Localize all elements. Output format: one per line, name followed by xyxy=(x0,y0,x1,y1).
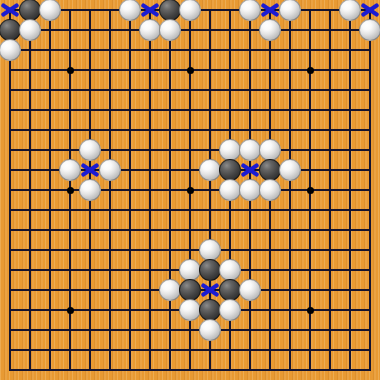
board-point[interactable] xyxy=(220,320,240,340)
board-point[interactable] xyxy=(40,160,60,180)
board-point[interactable] xyxy=(300,320,320,340)
board-point[interactable] xyxy=(240,80,260,100)
board-point[interactable] xyxy=(300,180,320,200)
board-point[interactable] xyxy=(80,300,100,320)
board-point[interactable] xyxy=(320,60,340,80)
board-point[interactable] xyxy=(300,340,320,360)
board-point[interactable] xyxy=(180,120,200,140)
board-point[interactable] xyxy=(260,260,280,280)
board-point[interactable] xyxy=(80,40,100,60)
board-point[interactable] xyxy=(220,60,240,80)
board-point[interactable] xyxy=(160,220,180,240)
board-point[interactable] xyxy=(180,60,200,80)
board-point[interactable] xyxy=(160,40,180,60)
board-point[interactable] xyxy=(140,20,160,40)
board-point[interactable] xyxy=(80,320,100,340)
board-point[interactable] xyxy=(260,280,280,300)
board-point[interactable] xyxy=(260,40,280,60)
board-point[interactable] xyxy=(240,20,260,40)
board-point[interactable] xyxy=(200,80,220,100)
board-point[interactable] xyxy=(140,340,160,360)
board-point[interactable] xyxy=(180,220,200,240)
board-point[interactable] xyxy=(60,340,80,360)
board-point[interactable] xyxy=(300,260,320,280)
board-point[interactable] xyxy=(280,200,300,220)
board-point[interactable] xyxy=(100,320,120,340)
board-point[interactable] xyxy=(80,140,100,160)
board-point[interactable] xyxy=(200,140,220,160)
board-point[interactable] xyxy=(0,300,20,320)
board-point[interactable] xyxy=(180,240,200,260)
board-point[interactable] xyxy=(280,20,300,40)
board-point[interactable] xyxy=(0,80,20,100)
board-point[interactable] xyxy=(260,300,280,320)
board-point[interactable] xyxy=(140,320,160,340)
board-point[interactable] xyxy=(100,240,120,260)
board-point[interactable] xyxy=(180,200,200,220)
board-point[interactable] xyxy=(300,20,320,40)
board-point[interactable] xyxy=(180,360,200,380)
board-point[interactable] xyxy=(120,100,140,120)
board-point[interactable] xyxy=(240,300,260,320)
board-point[interactable] xyxy=(120,220,140,240)
board-point[interactable] xyxy=(300,300,320,320)
board-point[interactable] xyxy=(80,240,100,260)
board-point[interactable] xyxy=(20,340,40,360)
board-point[interactable] xyxy=(20,140,40,160)
board-point[interactable] xyxy=(60,80,80,100)
board-point[interactable] xyxy=(280,160,300,180)
board-point[interactable] xyxy=(20,100,40,120)
board-point[interactable] xyxy=(360,260,380,280)
board-point[interactable] xyxy=(0,20,20,40)
board-point[interactable] xyxy=(60,360,80,380)
board-point[interactable] xyxy=(200,300,220,320)
board-point[interactable] xyxy=(360,280,380,300)
board-point[interactable] xyxy=(180,320,200,340)
board-point[interactable] xyxy=(340,280,360,300)
board-point[interactable] xyxy=(220,160,240,180)
board-point[interactable] xyxy=(120,360,140,380)
board-point[interactable] xyxy=(160,240,180,260)
board-point[interactable] xyxy=(320,120,340,140)
board-point[interactable] xyxy=(220,240,240,260)
board-point[interactable] xyxy=(220,180,240,200)
board-point[interactable] xyxy=(260,120,280,140)
board-point[interactable] xyxy=(220,100,240,120)
board-point[interactable] xyxy=(140,80,160,100)
board-point[interactable] xyxy=(220,220,240,240)
board-point[interactable] xyxy=(200,260,220,280)
board-point[interactable] xyxy=(160,120,180,140)
board-point[interactable] xyxy=(160,140,180,160)
board-point[interactable] xyxy=(120,160,140,180)
board-point[interactable] xyxy=(60,40,80,60)
board-point[interactable] xyxy=(360,40,380,60)
board-point[interactable] xyxy=(80,360,100,380)
board-point[interactable] xyxy=(300,140,320,160)
board-point[interactable] xyxy=(320,80,340,100)
board-point[interactable] xyxy=(300,240,320,260)
board-point[interactable] xyxy=(120,60,140,80)
board-point[interactable] xyxy=(280,260,300,280)
board-point[interactable] xyxy=(220,140,240,160)
board-point[interactable] xyxy=(80,260,100,280)
board-point[interactable] xyxy=(340,160,360,180)
board-point[interactable] xyxy=(260,60,280,80)
board-point[interactable] xyxy=(120,340,140,360)
board-point[interactable] xyxy=(0,0,20,20)
board-point[interactable] xyxy=(340,100,360,120)
board-point[interactable] xyxy=(160,320,180,340)
board-point[interactable] xyxy=(200,40,220,60)
board-point[interactable] xyxy=(320,100,340,120)
board-point[interactable] xyxy=(40,100,60,120)
board-point[interactable] xyxy=(300,80,320,100)
board-point[interactable] xyxy=(0,60,20,80)
board-point[interactable] xyxy=(160,360,180,380)
board-point[interactable] xyxy=(360,340,380,360)
board-point[interactable] xyxy=(280,340,300,360)
board-point[interactable] xyxy=(360,200,380,220)
board-point[interactable] xyxy=(340,40,360,60)
board-point[interactable] xyxy=(80,80,100,100)
board-point[interactable] xyxy=(340,340,360,360)
board-point[interactable] xyxy=(260,20,280,40)
board-point[interactable] xyxy=(120,300,140,320)
board-point[interactable] xyxy=(20,220,40,240)
board-point[interactable] xyxy=(280,300,300,320)
board-point[interactable] xyxy=(20,200,40,220)
board-point[interactable] xyxy=(40,0,60,20)
board-point[interactable] xyxy=(140,160,160,180)
board-point[interactable] xyxy=(220,200,240,220)
board-point[interactable] xyxy=(240,320,260,340)
board-point[interactable] xyxy=(80,60,100,80)
board-point[interactable] xyxy=(60,20,80,40)
board-point[interactable] xyxy=(180,20,200,40)
board-point[interactable] xyxy=(240,340,260,360)
board-point[interactable] xyxy=(100,80,120,100)
board-point[interactable] xyxy=(340,60,360,80)
board-cells[interactable] xyxy=(0,0,380,380)
board-point[interactable] xyxy=(0,200,20,220)
board-point[interactable] xyxy=(260,140,280,160)
board-point[interactable] xyxy=(100,360,120,380)
board-point[interactable] xyxy=(360,140,380,160)
board-point[interactable] xyxy=(340,320,360,340)
board-point[interactable] xyxy=(200,320,220,340)
board-point[interactable] xyxy=(360,100,380,120)
board-point[interactable] xyxy=(340,240,360,260)
board-point[interactable] xyxy=(20,160,40,180)
board-point[interactable] xyxy=(120,280,140,300)
board-point[interactable] xyxy=(240,140,260,160)
board-point[interactable] xyxy=(320,360,340,380)
board-point[interactable] xyxy=(100,200,120,220)
board-point[interactable] xyxy=(140,200,160,220)
board-point[interactable] xyxy=(360,220,380,240)
board-point[interactable] xyxy=(60,180,80,200)
board-point[interactable] xyxy=(340,360,360,380)
board-point[interactable] xyxy=(280,80,300,100)
board-point[interactable] xyxy=(140,360,160,380)
board-point[interactable] xyxy=(80,100,100,120)
board-point[interactable] xyxy=(40,40,60,60)
board-point[interactable] xyxy=(20,240,40,260)
board-point[interactable] xyxy=(80,120,100,140)
board-point[interactable] xyxy=(200,280,220,300)
board-point[interactable] xyxy=(20,80,40,100)
board-point[interactable] xyxy=(20,300,40,320)
board-point[interactable] xyxy=(180,100,200,120)
go-board[interactable] xyxy=(0,0,380,380)
board-point[interactable] xyxy=(20,260,40,280)
board-point[interactable] xyxy=(340,0,360,20)
board-point[interactable] xyxy=(320,200,340,220)
board-point[interactable] xyxy=(100,260,120,280)
board-point[interactable] xyxy=(160,260,180,280)
board-point[interactable] xyxy=(200,120,220,140)
board-point[interactable] xyxy=(220,20,240,40)
board-point[interactable] xyxy=(200,60,220,80)
board-point[interactable] xyxy=(0,360,20,380)
board-point[interactable] xyxy=(0,260,20,280)
board-point[interactable] xyxy=(20,360,40,380)
board-point[interactable] xyxy=(60,240,80,260)
board-point[interactable] xyxy=(260,200,280,220)
board-point[interactable] xyxy=(280,280,300,300)
board-point[interactable] xyxy=(280,100,300,120)
board-point[interactable] xyxy=(300,220,320,240)
board-point[interactable] xyxy=(80,280,100,300)
board-point[interactable] xyxy=(220,40,240,60)
board-point[interactable] xyxy=(160,280,180,300)
board-point[interactable] xyxy=(180,340,200,360)
board-point[interactable] xyxy=(260,160,280,180)
board-point[interactable] xyxy=(120,260,140,280)
board-point[interactable] xyxy=(260,80,280,100)
board-point[interactable] xyxy=(360,240,380,260)
board-point[interactable] xyxy=(140,40,160,60)
board-point[interactable] xyxy=(300,200,320,220)
board-point[interactable] xyxy=(40,220,60,240)
board-point[interactable] xyxy=(360,80,380,100)
board-point[interactable] xyxy=(0,340,20,360)
board-point[interactable] xyxy=(240,0,260,20)
board-point[interactable] xyxy=(40,260,60,280)
board-point[interactable] xyxy=(0,280,20,300)
board-point[interactable] xyxy=(240,240,260,260)
board-point[interactable] xyxy=(280,320,300,340)
board-point[interactable] xyxy=(160,300,180,320)
board-point[interactable] xyxy=(180,140,200,160)
board-point[interactable] xyxy=(60,0,80,20)
board-point[interactable] xyxy=(140,0,160,20)
board-point[interactable] xyxy=(100,60,120,80)
board-point[interactable] xyxy=(120,40,140,60)
board-point[interactable] xyxy=(340,220,360,240)
board-point[interactable] xyxy=(180,0,200,20)
board-point[interactable] xyxy=(40,140,60,160)
board-point[interactable] xyxy=(200,200,220,220)
board-point[interactable] xyxy=(40,200,60,220)
board-point[interactable] xyxy=(340,300,360,320)
board-point[interactable] xyxy=(360,160,380,180)
board-point[interactable] xyxy=(0,40,20,60)
board-point[interactable] xyxy=(40,360,60,380)
board-point[interactable] xyxy=(0,320,20,340)
board-point[interactable] xyxy=(120,20,140,40)
board-point[interactable] xyxy=(100,180,120,200)
board-point[interactable] xyxy=(80,160,100,180)
board-point[interactable] xyxy=(240,260,260,280)
board-point[interactable] xyxy=(40,120,60,140)
board-point[interactable] xyxy=(200,100,220,120)
board-point[interactable] xyxy=(180,160,200,180)
board-point[interactable] xyxy=(200,160,220,180)
board-point[interactable] xyxy=(320,20,340,40)
board-point[interactable] xyxy=(320,340,340,360)
board-point[interactable] xyxy=(100,100,120,120)
board-point[interactable] xyxy=(240,120,260,140)
board-point[interactable] xyxy=(160,100,180,120)
board-point[interactable] xyxy=(320,40,340,60)
board-point[interactable] xyxy=(340,260,360,280)
board-point[interactable] xyxy=(160,160,180,180)
board-point[interactable] xyxy=(80,200,100,220)
board-point[interactable] xyxy=(140,240,160,260)
board-point[interactable] xyxy=(320,320,340,340)
board-point[interactable] xyxy=(60,100,80,120)
board-point[interactable] xyxy=(60,200,80,220)
board-point[interactable] xyxy=(240,40,260,60)
board-point[interactable] xyxy=(200,240,220,260)
board-point[interactable] xyxy=(100,20,120,40)
board-point[interactable] xyxy=(80,180,100,200)
board-point[interactable] xyxy=(340,120,360,140)
board-point[interactable] xyxy=(60,320,80,340)
board-point[interactable] xyxy=(360,120,380,140)
board-point[interactable] xyxy=(40,340,60,360)
board-point[interactable] xyxy=(0,180,20,200)
board-point[interactable] xyxy=(160,0,180,20)
board-point[interactable] xyxy=(240,100,260,120)
board-point[interactable] xyxy=(240,200,260,220)
board-point[interactable] xyxy=(60,160,80,180)
board-point[interactable] xyxy=(240,360,260,380)
board-point[interactable] xyxy=(60,60,80,80)
board-point[interactable] xyxy=(280,180,300,200)
board-point[interactable] xyxy=(40,80,60,100)
board-point[interactable] xyxy=(120,120,140,140)
board-point[interactable] xyxy=(260,180,280,200)
board-point[interactable] xyxy=(260,0,280,20)
board-point[interactable] xyxy=(320,280,340,300)
board-point[interactable] xyxy=(280,60,300,80)
board-point[interactable] xyxy=(220,0,240,20)
board-point[interactable] xyxy=(20,280,40,300)
board-point[interactable] xyxy=(320,300,340,320)
board-point[interactable] xyxy=(280,40,300,60)
board-point[interactable] xyxy=(140,120,160,140)
board-point[interactable] xyxy=(260,220,280,240)
board-point[interactable] xyxy=(120,140,140,160)
board-point[interactable] xyxy=(300,120,320,140)
board-point[interactable] xyxy=(340,80,360,100)
board-point[interactable] xyxy=(260,100,280,120)
board-point[interactable] xyxy=(20,40,40,60)
board-point[interactable] xyxy=(100,140,120,160)
board-point[interactable] xyxy=(320,260,340,280)
board-point[interactable] xyxy=(40,280,60,300)
board-point[interactable] xyxy=(20,20,40,40)
board-point[interactable] xyxy=(20,60,40,80)
board-point[interactable] xyxy=(140,300,160,320)
board-point[interactable] xyxy=(140,100,160,120)
board-point[interactable] xyxy=(160,60,180,80)
board-point[interactable] xyxy=(300,280,320,300)
board-point[interactable] xyxy=(300,100,320,120)
board-point[interactable] xyxy=(180,180,200,200)
board-point[interactable] xyxy=(60,140,80,160)
board-point[interactable] xyxy=(0,120,20,140)
board-point[interactable] xyxy=(240,180,260,200)
board-point[interactable] xyxy=(40,240,60,260)
board-point[interactable] xyxy=(140,280,160,300)
board-point[interactable] xyxy=(180,300,200,320)
board-point[interactable] xyxy=(340,200,360,220)
board-point[interactable] xyxy=(240,60,260,80)
board-point[interactable] xyxy=(100,120,120,140)
board-point[interactable] xyxy=(260,320,280,340)
board-point[interactable] xyxy=(220,80,240,100)
board-point[interactable] xyxy=(220,120,240,140)
board-point[interactable] xyxy=(60,280,80,300)
board-point[interactable] xyxy=(140,140,160,160)
board-point[interactable] xyxy=(360,20,380,40)
board-point[interactable] xyxy=(80,220,100,240)
board-point[interactable] xyxy=(0,140,20,160)
board-point[interactable] xyxy=(360,60,380,80)
board-point[interactable] xyxy=(320,160,340,180)
board-point[interactable] xyxy=(20,0,40,20)
board-point[interactable] xyxy=(340,140,360,160)
board-point[interactable] xyxy=(300,160,320,180)
board-point[interactable] xyxy=(160,80,180,100)
board-point[interactable] xyxy=(320,220,340,240)
board-point[interactable] xyxy=(40,300,60,320)
board-point[interactable] xyxy=(0,220,20,240)
board-point[interactable] xyxy=(360,320,380,340)
board-point[interactable] xyxy=(140,60,160,80)
board-point[interactable] xyxy=(280,240,300,260)
board-point[interactable] xyxy=(220,340,240,360)
board-point[interactable] xyxy=(180,280,200,300)
board-point[interactable] xyxy=(360,300,380,320)
board-point[interactable] xyxy=(100,220,120,240)
board-point[interactable] xyxy=(120,0,140,20)
board-point[interactable] xyxy=(320,140,340,160)
board-point[interactable] xyxy=(80,0,100,20)
board-point[interactable] xyxy=(200,220,220,240)
board-point[interactable] xyxy=(280,0,300,20)
board-point[interactable] xyxy=(200,20,220,40)
board-point[interactable] xyxy=(240,160,260,180)
board-point[interactable] xyxy=(160,340,180,360)
board-point[interactable] xyxy=(180,40,200,60)
board-point[interactable] xyxy=(240,220,260,240)
